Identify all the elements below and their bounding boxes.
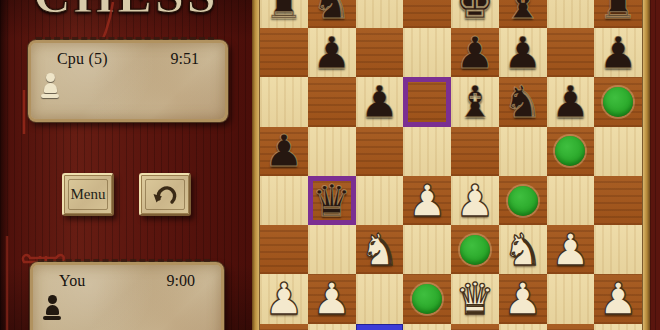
square-c2[interactable] bbox=[356, 274, 404, 323]
square-h3[interactable] bbox=[594, 225, 642, 274]
piece-black-pawn-e7[interactable]: ♟ bbox=[455, 31, 494, 75]
you-player-panel: You 9:00 bbox=[30, 262, 224, 330]
piece-black-bishop-e6[interactable]: ♝ bbox=[455, 80, 494, 124]
piece-white-bishop-f1[interactable]: ♝ bbox=[503, 326, 542, 330]
piece-black-pawn-a5[interactable]: ♟ bbox=[264, 129, 303, 173]
square-c6[interactable]: ♟ bbox=[356, 77, 404, 126]
square-h2[interactable]: ♟ bbox=[594, 274, 642, 323]
board: ♜♞♚♝♜♟♟♟♟♟♝♞♟♟♛♟♟♞♞♟♟♟♛♟♟♜♝♚♝♜ bbox=[260, 0, 642, 330]
square-b7[interactable]: ♟ bbox=[308, 28, 356, 77]
piece-black-rook-h8[interactable]: ♜ bbox=[598, 0, 637, 25]
square-e4[interactable]: ♟ bbox=[451, 176, 499, 225]
square-e3[interactable] bbox=[451, 225, 499, 274]
piece-black-pawn-f7[interactable]: ♟ bbox=[503, 31, 542, 75]
square-a2[interactable]: ♟ bbox=[260, 274, 308, 323]
piece-white-pawn-a2[interactable]: ♟ bbox=[264, 277, 303, 321]
square-a1[interactable]: ♜ bbox=[260, 324, 308, 330]
square-e1[interactable]: ♚ bbox=[451, 324, 499, 330]
legal-move-dot-d2[interactable] bbox=[412, 284, 442, 314]
piece-white-pawn-h2[interactable]: ♟ bbox=[598, 277, 637, 321]
square-g6[interactable]: ♟ bbox=[547, 77, 595, 126]
piece-white-pawn-f2[interactable]: ♟ bbox=[503, 277, 542, 321]
piece-white-pawn-g3[interactable]: ♟ bbox=[551, 228, 590, 272]
undo-button[interactable] bbox=[139, 173, 191, 216]
legal-move-dot-g5[interactable] bbox=[555, 136, 585, 166]
menu-button[interactable]: Menu bbox=[62, 173, 114, 216]
square-a7[interactable] bbox=[260, 28, 308, 77]
cpu-player-panel: Cpu (5) 9:51 bbox=[28, 40, 228, 122]
square-b3[interactable] bbox=[308, 225, 356, 274]
square-a4[interactable] bbox=[260, 176, 308, 225]
piece-white-rook-h1[interactable]: ♜ bbox=[598, 326, 637, 330]
square-b4[interactable]: ♛ bbox=[308, 176, 356, 225]
piece-black-pawn-g6[interactable]: ♟ bbox=[551, 80, 590, 124]
square-d8[interactable] bbox=[403, 0, 451, 28]
square-d7[interactable] bbox=[403, 28, 451, 77]
square-f3[interactable]: ♞ bbox=[499, 225, 547, 274]
piece-white-pawn-d4[interactable]: ♟ bbox=[407, 179, 446, 223]
square-d3[interactable] bbox=[403, 225, 451, 274]
square-e8[interactable]: ♚ bbox=[451, 0, 499, 28]
square-f1[interactable]: ♝ bbox=[499, 324, 547, 330]
square-c7[interactable] bbox=[356, 28, 404, 77]
square-h1[interactable]: ♜ bbox=[594, 324, 642, 330]
square-c5[interactable] bbox=[356, 127, 404, 176]
piece-white-knight-f3[interactable]: ♞ bbox=[503, 228, 542, 272]
square-h7[interactable]: ♟ bbox=[594, 28, 642, 77]
cpu-player-name: Cpu (5) bbox=[57, 50, 108, 68]
menu-button-label: Menu bbox=[71, 186, 106, 203]
piece-black-knight-f6[interactable]: ♞ bbox=[503, 80, 542, 124]
square-a5[interactable]: ♟ bbox=[260, 127, 308, 176]
square-e5[interactable] bbox=[451, 127, 499, 176]
piece-black-knight-b8[interactable]: ♞ bbox=[312, 0, 351, 25]
piece-white-rook-a1[interactable]: ♜ bbox=[264, 326, 303, 330]
square-e7[interactable]: ♟ bbox=[451, 28, 499, 77]
square-h5[interactable] bbox=[594, 127, 642, 176]
board-frame-right bbox=[642, 0, 650, 330]
square-g3[interactable]: ♟ bbox=[547, 225, 595, 274]
piece-white-king-e1[interactable]: ♚ bbox=[455, 326, 494, 330]
app-title: CHESS bbox=[0, 0, 252, 24]
square-b1[interactable] bbox=[308, 324, 356, 330]
cpu-panel-stitching bbox=[36, 37, 214, 40]
piece-black-queen-b4[interactable]: ♛ bbox=[312, 179, 351, 223]
sidebar: CHESS Cpu (5) 9:51 Menu bbox=[0, 0, 252, 330]
chess-app-window: CHESS Cpu (5) 9:51 Menu bbox=[0, 0, 660, 330]
square-b2[interactable]: ♟ bbox=[308, 274, 356, 323]
square-f7[interactable]: ♟ bbox=[499, 28, 547, 77]
piece-white-bishop-c1[interactable]: ♝ bbox=[360, 326, 399, 330]
piece-white-knight-c3[interactable]: ♞ bbox=[360, 228, 399, 272]
cpu-player-clock: 9:51 bbox=[171, 50, 199, 68]
square-b8[interactable]: ♞ bbox=[308, 0, 356, 28]
square-g2[interactable] bbox=[547, 274, 595, 323]
legal-move-dot-f4[interactable] bbox=[508, 186, 538, 216]
undo-arrow-icon bbox=[151, 183, 179, 207]
square-c8[interactable] bbox=[356, 0, 404, 28]
square-g8[interactable] bbox=[547, 0, 595, 28]
right-wood-edge bbox=[650, 0, 660, 330]
piece-white-queen-e2[interactable]: ♛ bbox=[455, 277, 494, 321]
square-f4[interactable] bbox=[499, 176, 547, 225]
square-e2[interactable]: ♛ bbox=[451, 274, 499, 323]
square-a8[interactable]: ♜ bbox=[260, 0, 308, 28]
square-f5[interactable] bbox=[499, 127, 547, 176]
square-d1[interactable] bbox=[403, 324, 451, 330]
square-d4[interactable]: ♟ bbox=[403, 176, 451, 225]
square-c1[interactable]: ♝ bbox=[356, 324, 404, 330]
square-d5[interactable] bbox=[403, 127, 451, 176]
square-g7[interactable] bbox=[547, 28, 595, 77]
square-f6[interactable]: ♞ bbox=[499, 77, 547, 126]
piece-black-bishop-f8[interactable]: ♝ bbox=[503, 0, 542, 25]
you-player-clock: 9:00 bbox=[167, 272, 195, 290]
person-icon-dark bbox=[43, 295, 61, 321]
legal-move-dot-h6[interactable] bbox=[603, 87, 633, 117]
square-b5[interactable] bbox=[308, 127, 356, 176]
piece-black-pawn-c6[interactable]: ♟ bbox=[360, 80, 399, 124]
square-d6[interactable] bbox=[403, 77, 451, 126]
piece-black-pawn-b7[interactable]: ♟ bbox=[312, 31, 351, 75]
square-h4[interactable] bbox=[594, 176, 642, 225]
square-f2[interactable]: ♟ bbox=[499, 274, 547, 323]
board-frame-left bbox=[252, 0, 260, 330]
piece-white-pawn-b2[interactable]: ♟ bbox=[312, 277, 351, 321]
legal-move-dot-e3[interactable] bbox=[460, 235, 490, 265]
you-player-name: You bbox=[59, 272, 86, 290]
square-h6[interactable] bbox=[594, 77, 642, 126]
piece-black-pawn-h7[interactable]: ♟ bbox=[598, 31, 637, 75]
piece-black-rook-a8[interactable]: ♜ bbox=[264, 0, 303, 25]
square-g4[interactable] bbox=[547, 176, 595, 225]
square-e6[interactable]: ♝ bbox=[451, 77, 499, 126]
square-c4[interactable] bbox=[356, 176, 404, 225]
you-panel-stitching bbox=[38, 259, 210, 262]
square-b6[interactable] bbox=[308, 77, 356, 126]
square-f8[interactable]: ♝ bbox=[499, 0, 547, 28]
square-a3[interactable] bbox=[260, 225, 308, 274]
piece-black-king-e8[interactable]: ♚ bbox=[455, 0, 494, 25]
square-g1[interactable] bbox=[547, 324, 595, 330]
square-d2[interactable] bbox=[403, 274, 451, 323]
piece-white-pawn-e4[interactable]: ♟ bbox=[455, 179, 494, 223]
square-h8[interactable]: ♜ bbox=[594, 0, 642, 28]
square-a6[interactable] bbox=[260, 77, 308, 126]
square-g5[interactable] bbox=[547, 127, 595, 176]
square-c3[interactable]: ♞ bbox=[356, 225, 404, 274]
person-icon-light bbox=[41, 73, 59, 99]
